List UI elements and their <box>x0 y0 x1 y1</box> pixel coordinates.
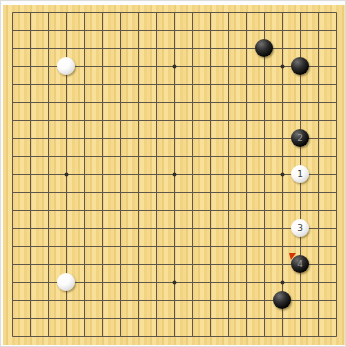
move-number-label: 2 <box>297 134 303 143</box>
go-board[interactable]: 2134 <box>3 5 345 345</box>
move-number-label: 1 <box>297 170 303 179</box>
stone-layer: 2134 <box>3 3 345 345</box>
white-stone-D4 <box>57 273 75 291</box>
move-number-label: 4 <box>297 260 303 269</box>
black-stone-R12: 2 <box>291 129 309 147</box>
move-number-label: 3 <box>297 224 303 233</box>
black-stone-R16 <box>291 57 309 75</box>
white-stone-D16 <box>57 57 75 75</box>
white-stone-R10: 1 <box>291 165 309 183</box>
red-triangle-marker-icon <box>289 253 296 260</box>
go-board-diagram: 2134 <box>0 0 346 347</box>
black-stone-R5: 4 <box>291 255 309 273</box>
white-stone-R7: 3 <box>291 219 309 237</box>
black-stone-P17 <box>255 39 273 57</box>
black-stone-Q3 <box>273 291 291 309</box>
